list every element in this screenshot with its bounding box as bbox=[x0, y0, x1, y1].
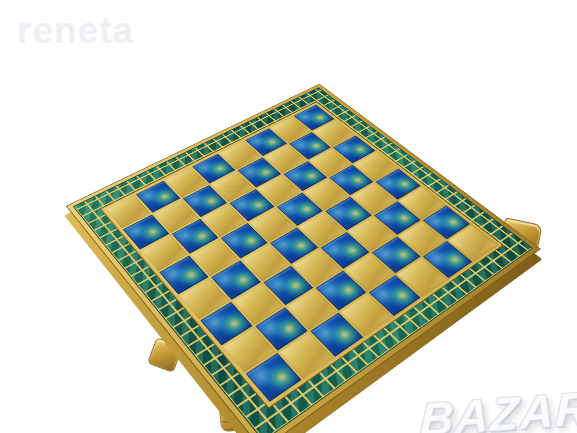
pawn-glyph: ♟ bbox=[247, 142, 271, 171]
pawn-glyph: ♟ bbox=[220, 156, 245, 186]
pawn-glyph: ♟ bbox=[298, 117, 322, 145]
bazar-watermark: BAZAR bbox=[419, 385, 577, 433]
board-face: ♜♞♝♛♚♝♞♜♟♟♟♟♟♟♟♟♟♟♟♟♟♟♟♟♜♞♝♛♚♝♞♜ bbox=[65, 83, 540, 433]
pawn-glyph: ♟ bbox=[323, 105, 346, 133]
pawn-glyph: ♟ bbox=[273, 129, 297, 158]
pawn-glyph: ♟ bbox=[163, 184, 189, 215]
product-photo: reneta ♜♞♝♛♚♝♞♜♟♟♟♟♟♟♟♟♟♟♟♟♟♟♟♟♜♞♝♛♚♝♞♜ … bbox=[0, 0, 577, 433]
board-grid: ♜♞♝♛♚♝♞♜♟♟♟♟♟♟♟♟♟♟♟♟♟♟♟♟♜♞♝♛♚♝♞♜ bbox=[103, 103, 499, 404]
pawn-glyph: ♟ bbox=[133, 200, 160, 232]
pawn-glyph: ♟ bbox=[192, 170, 217, 201]
rook-glyph: ♜ bbox=[255, 332, 293, 377]
chess-board: ♜♞♝♛♚♝♞♜♟♟♟♟♟♟♟♟♟♟♟♟♟♟♟♟♜♞♝♛♚♝♞♜ bbox=[65, 83, 540, 433]
board-scene: ♜♞♝♛♚♝♞♜♟♟♟♟♟♟♟♟♟♟♟♟♟♟♟♟♜♞♝♛♚♝♞♜ bbox=[0, 0, 577, 433]
